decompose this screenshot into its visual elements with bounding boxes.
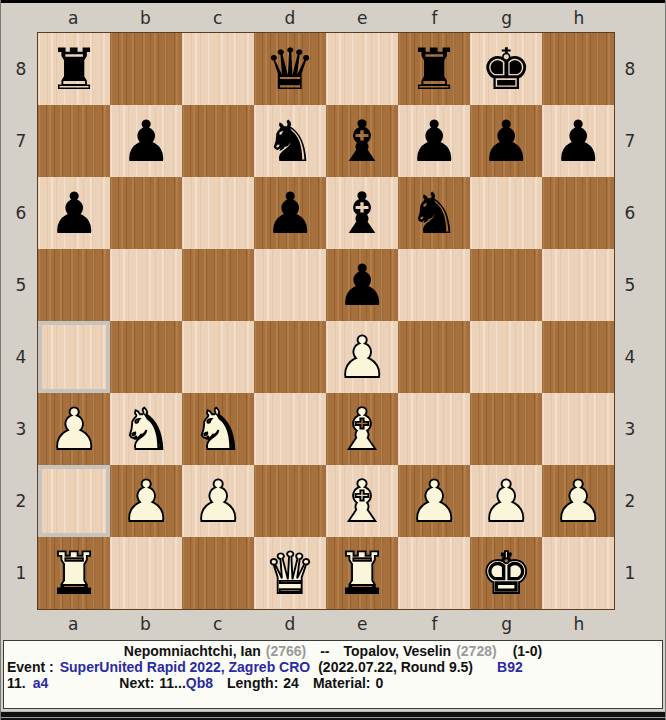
square-f7[interactable]: ♟ — [398, 105, 470, 177]
square-e6[interactable]: ♝ — [326, 177, 398, 249]
black-king-icon: ♚ — [480, 41, 531, 98]
square-b4[interactable] — [110, 321, 182, 393]
event-name-link[interactable]: SuperUnited Rapid 2022, Zagreb CRO — [60, 659, 311, 675]
white-pawn-icon: ♟ — [552, 473, 603, 530]
rank-label-1: 1 — [616, 537, 644, 609]
next-label: Next: — [119, 675, 154, 691]
white-pawn-icon: ♟ — [408, 473, 459, 530]
square-d4[interactable] — [254, 321, 326, 393]
rank-label-7: 7 — [616, 105, 644, 177]
rank-label-5: 5 — [7, 249, 35, 321]
black-pawn-icon: ♟ — [408, 113, 459, 170]
players-separator: -- — [320, 643, 329, 659]
length-value: 24 — [283, 675, 299, 691]
event-date-round: (2022.07.22, Round 9.5) — [318, 659, 473, 675]
black-pawn-icon: ♟ — [480, 113, 531, 170]
white-king-icon: ♚ — [480, 545, 531, 602]
square-g4[interactable] — [470, 321, 542, 393]
event-line: Event :SuperUnited Rapid 2022, Zagreb CR… — [7, 659, 659, 675]
square-a6[interactable]: ♟ — [38, 177, 110, 249]
white-pawn-icon: ♟ — [480, 473, 531, 530]
black-pawn-icon: ♟ — [264, 185, 315, 242]
length-label: Length: — [227, 675, 278, 691]
rank-label-4: 4 — [616, 321, 644, 393]
black-rook-icon: ♜ — [408, 41, 459, 98]
white-player-elo: (2766) — [266, 643, 306, 659]
file-label-b: b — [109, 611, 181, 636]
square-e8[interactable] — [326, 33, 398, 105]
chess-board: ♜♛♜♚♟♞♝♟♟♟♟♟♝♞♟♟♟♞♞♝♟♟♝♟♟♟♜♛♜♚ — [37, 32, 615, 610]
file-label-g: g — [471, 611, 543, 636]
square-e7[interactable]: ♝ — [326, 105, 398, 177]
white-pawn-icon: ♟ — [192, 473, 243, 530]
square-g6[interactable] — [470, 177, 542, 249]
rank-label-5: 5 — [616, 249, 644, 321]
square-g1[interactable]: ♚ — [470, 537, 542, 609]
file-label-e: e — [326, 611, 398, 636]
square-b7[interactable]: ♟ — [110, 105, 182, 177]
rank-label-1: 1 — [7, 537, 35, 609]
rank-label-7: 7 — [7, 105, 35, 177]
rank-label-6: 6 — [616, 177, 644, 249]
game-result: (1-0) — [513, 643, 543, 659]
square-d5[interactable] — [254, 249, 326, 321]
move-line: 11.a4Next:11...Qb8Length:24Material:0 — [7, 675, 659, 691]
file-label-a: a — [37, 611, 109, 636]
white-rook-icon: ♜ — [336, 545, 387, 602]
last-move-link[interactable]: a4 — [33, 675, 49, 691]
white-player-name: Nepomniachtchi, Ian — [124, 643, 261, 659]
material-value: 0 — [375, 675, 383, 691]
square-a2[interactable] — [38, 465, 110, 537]
file-label-f: f — [398, 611, 470, 636]
file-label-h: h — [543, 611, 615, 636]
square-b1[interactable] — [110, 537, 182, 609]
square-g7[interactable]: ♟ — [470, 105, 542, 177]
square-e3[interactable]: ♝ — [326, 393, 398, 465]
square-c5[interactable] — [182, 249, 254, 321]
rank-label-6: 6 — [7, 177, 35, 249]
square-f3[interactable] — [398, 393, 470, 465]
square-d3[interactable] — [254, 393, 326, 465]
square-d8[interactable]: ♛ — [254, 33, 326, 105]
square-b5[interactable] — [110, 249, 182, 321]
file-labels-bottom: abcdefgh — [37, 611, 615, 636]
square-d7[interactable]: ♞ — [254, 105, 326, 177]
square-c7[interactable] — [182, 105, 254, 177]
file-label-g: g — [471, 3, 543, 32]
next-move-link[interactable]: Qb8 — [186, 675, 213, 691]
square-f1[interactable] — [398, 537, 470, 609]
black-knight-icon: ♞ — [264, 113, 315, 170]
square-b6[interactable] — [110, 177, 182, 249]
file-label-d: d — [254, 3, 326, 32]
square-d1[interactable]: ♛ — [254, 537, 326, 609]
white-knight-icon: ♞ — [192, 401, 243, 458]
square-f8[interactable]: ♜ — [398, 33, 470, 105]
square-g3[interactable] — [470, 393, 542, 465]
square-h6[interactable] — [542, 177, 614, 249]
rank-label-8: 8 — [616, 33, 644, 105]
square-e1[interactable]: ♜ — [326, 537, 398, 609]
square-d6[interactable]: ♟ — [254, 177, 326, 249]
square-h7[interactable]: ♟ — [542, 105, 614, 177]
event-label: Event : — [7, 659, 54, 675]
square-g8[interactable]: ♚ — [470, 33, 542, 105]
square-f6[interactable]: ♞ — [398, 177, 470, 249]
material-label: Material: — [313, 675, 371, 691]
square-h4[interactable] — [542, 321, 614, 393]
black-pawn-icon: ♟ — [120, 113, 171, 170]
white-pawn-icon: ♟ — [336, 329, 387, 386]
players-line: Nepomniachtchi, Ian(2766)--Topalov, Vese… — [7, 643, 659, 659]
square-e2[interactable]: ♝ — [326, 465, 398, 537]
app-window: abcdefgh 87654321 87654321 ♜♛♜♚♟♞♝♟♟♟♟♟♝… — [0, 0, 666, 720]
file-labels-top: abcdefgh — [37, 3, 615, 32]
black-knight-icon: ♞ — [408, 185, 459, 242]
white-queen-icon: ♛ — [264, 545, 315, 602]
square-b3[interactable]: ♞ — [110, 393, 182, 465]
file-label-e: e — [326, 3, 398, 32]
square-f2[interactable]: ♟ — [398, 465, 470, 537]
square-e5[interactable]: ♟ — [326, 249, 398, 321]
square-d2[interactable] — [254, 465, 326, 537]
square-a4[interactable] — [38, 321, 110, 393]
square-a5[interactable] — [38, 249, 110, 321]
black-pawn-icon: ♟ — [336, 257, 387, 314]
file-label-h: h — [543, 3, 615, 32]
file-label-b: b — [109, 3, 181, 32]
next-move-number: 11... — [159, 675, 185, 691]
black-bishop-icon: ♝ — [336, 185, 387, 242]
square-h8[interactable] — [542, 33, 614, 105]
square-c8[interactable] — [182, 33, 254, 105]
rank-label-3: 3 — [7, 393, 35, 465]
rank-label-2: 2 — [7, 465, 35, 537]
file-label-a: a — [37, 3, 109, 32]
black-rook-icon: ♜ — [48, 41, 99, 98]
square-f4[interactable] — [398, 321, 470, 393]
square-g5[interactable] — [470, 249, 542, 321]
black-pawn-icon: ♟ — [48, 185, 99, 242]
white-pawn-icon: ♟ — [48, 401, 99, 458]
file-label-d: d — [254, 611, 326, 636]
square-f5[interactable] — [398, 249, 470, 321]
black-player-elo: (2728) — [456, 643, 496, 659]
square-a3[interactable]: ♟ — [38, 393, 110, 465]
game-info-panel: Nepomniachtchi, Ian(2766)--Topalov, Vese… — [3, 640, 663, 709]
rank-label-2: 2 — [616, 465, 644, 537]
white-bishop-icon: ♝ — [336, 401, 387, 458]
bottom-window-edge — [1, 711, 665, 720]
white-bishop-icon: ♝ — [336, 473, 387, 530]
rank-label-8: 8 — [7, 33, 35, 105]
file-label-c: c — [182, 3, 254, 32]
square-b8[interactable] — [110, 33, 182, 105]
rank-labels-right: 87654321 — [616, 33, 644, 609]
rank-label-3: 3 — [616, 393, 644, 465]
square-g2[interactable]: ♟ — [470, 465, 542, 537]
white-knight-icon: ♞ — [120, 401, 171, 458]
black-bishop-icon: ♝ — [336, 113, 387, 170]
square-e4[interactable]: ♟ — [326, 321, 398, 393]
file-label-c: c — [182, 611, 254, 636]
square-h5[interactable] — [542, 249, 614, 321]
square-c3[interactable]: ♞ — [182, 393, 254, 465]
square-c4[interactable] — [182, 321, 254, 393]
white-pawn-icon: ♟ — [120, 473, 171, 530]
square-a8[interactable]: ♜ — [38, 33, 110, 105]
black-pawn-icon: ♟ — [552, 113, 603, 170]
square-h1[interactable] — [542, 537, 614, 609]
file-label-f: f — [398, 3, 470, 32]
black-queen-icon: ♛ — [264, 41, 315, 98]
white-rook-icon: ♜ — [48, 545, 99, 602]
square-c2[interactable]: ♟ — [182, 465, 254, 537]
black-player-name: Topalov, Veselin — [344, 643, 452, 659]
square-a1[interactable]: ♜ — [38, 537, 110, 609]
rank-labels-left: 87654321 — [7, 33, 35, 609]
square-c1[interactable] — [182, 537, 254, 609]
square-h3[interactable] — [542, 393, 614, 465]
square-h2[interactable]: ♟ — [542, 465, 614, 537]
square-c6[interactable] — [182, 177, 254, 249]
square-a7[interactable] — [38, 105, 110, 177]
eco-code-link[interactable]: B92 — [497, 659, 523, 675]
rank-label-4: 4 — [7, 321, 35, 393]
square-b2[interactable]: ♟ — [110, 465, 182, 537]
move-number: 11. — [7, 675, 26, 691]
